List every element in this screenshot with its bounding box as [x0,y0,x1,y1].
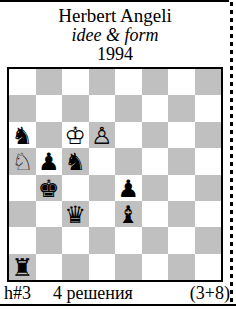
square-g5 [168,148,195,174]
square-b2 [36,227,63,253]
piece-black-king: ♚ [38,177,60,201]
square-f3 [142,201,169,227]
square-e5 [115,148,142,174]
piece-black-pawn: ♟ [38,150,60,174]
square-b3 [36,201,63,227]
square-f4 [142,175,169,201]
square-g4 [168,175,195,201]
piece-black-queen: ♛ [64,203,86,227]
publication-year: 1994 [0,45,230,64]
square-h6 [195,122,222,148]
square-d5 [89,148,116,174]
square-e2 [115,227,142,253]
square-e4: ♟ [115,175,142,201]
piece-black-rook: ♜ [11,256,33,280]
diagram-caption: h#3 4 решения (3+8) [4,283,230,304]
square-a1: ♜ [9,254,36,280]
square-g6 [168,122,195,148]
square-b7 [36,95,63,121]
square-f2 [142,227,169,253]
square-f5 [142,148,169,174]
source-title: idee & form [0,26,230,45]
square-c6: ♔ [62,122,89,148]
square-e8 [115,69,142,95]
square-f6 [142,122,169,148]
square-c2 [62,227,89,253]
piece-black-knight: ♞ [11,124,33,148]
square-d3 [89,201,116,227]
piece-white-king: ♔ [64,124,86,148]
square-a7 [9,95,36,121]
square-h5 [195,148,222,174]
square-f1 [142,254,169,280]
square-b4: ♚ [36,175,63,201]
square-e7 [115,95,142,121]
solutions-count-text: 4 решения [53,283,133,304]
composer-name: Herbert Angeli [0,5,230,26]
square-g3 [168,201,195,227]
square-a2 [9,227,36,253]
square-d7 [89,95,116,121]
square-c7 [62,95,89,121]
square-h3 [195,201,222,227]
material-count-text: (3+8) [190,283,230,304]
piece-white-knight: ♘ [11,150,33,174]
chess-board: ♞♔♙♘♟♞♚♟♛♝♜ [7,67,223,282]
square-f8 [142,69,169,95]
square-b5: ♟ [36,148,63,174]
piece-white-pawn: ♙ [91,124,113,148]
square-d8 [89,69,116,95]
square-d6: ♙ [89,122,116,148]
square-h8 [195,69,222,95]
piece-black-bishop: ♝ [117,203,139,227]
square-d2 [89,227,116,253]
square-c8 [62,69,89,95]
piece-black-knight: ♞ [64,150,86,174]
square-h4 [195,175,222,201]
square-a8 [9,69,36,95]
square-b1 [36,254,63,280]
square-a5: ♘ [9,148,36,174]
square-e1 [115,254,142,280]
top-border-rule [0,0,229,2]
square-b6 [36,122,63,148]
square-a3 [9,201,36,227]
square-g1 [168,254,195,280]
square-c1 [62,254,89,280]
square-h2 [195,227,222,253]
square-b8 [36,69,63,95]
square-h7 [195,95,222,121]
square-g2 [168,227,195,253]
square-e6 [115,122,142,148]
square-g8 [168,69,195,95]
square-g7 [168,95,195,121]
square-c5: ♞ [62,148,89,174]
square-d4 [89,175,116,201]
diagram-header: Herbert Angeli idee & form 1994 [0,5,230,64]
square-h1 [195,254,222,280]
square-c3: ♛ [62,201,89,227]
square-e3: ♝ [115,201,142,227]
square-a4 [9,175,36,201]
stipulation-text: h#3 [4,283,31,304]
square-f7 [142,95,169,121]
right-dashed-rule [230,2,233,304]
square-d1 [89,254,116,280]
square-a6: ♞ [9,122,36,148]
square-c4 [62,175,89,201]
bottom-border-rule [0,304,236,306]
piece-black-pawn: ♟ [117,177,139,201]
problem-diagram-page: Herbert Angeli idee & form 1994 ♞♔♙♘♟♞♚♟… [0,0,236,309]
